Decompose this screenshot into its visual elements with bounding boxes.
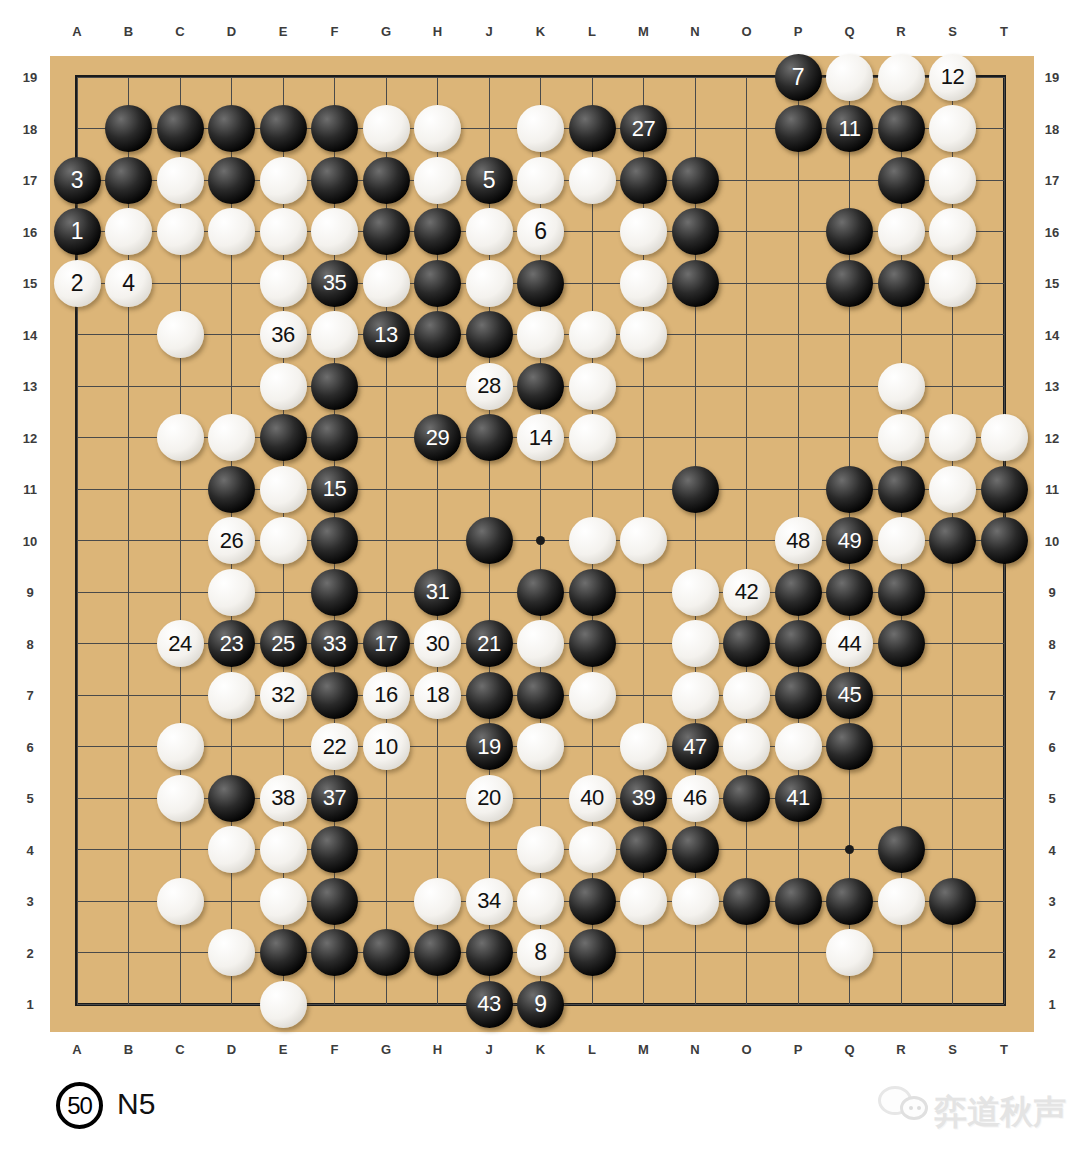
stone-O7 — [723, 672, 770, 719]
stone-F17 — [311, 157, 358, 204]
stone-P9 — [775, 569, 822, 616]
column-label-bottom-C: C — [175, 1042, 184, 1057]
stone-P7 — [775, 672, 822, 719]
stone-Q3 — [826, 878, 873, 925]
stone-K9 — [517, 569, 564, 616]
row-label-left-16: 16 — [23, 224, 37, 239]
column-label-top-J: J — [485, 24, 492, 39]
column-label-top-O: O — [741, 24, 751, 39]
column-label-bottom-O: O — [741, 1042, 751, 1057]
column-label-bottom-E: E — [279, 1042, 288, 1057]
stone-R8 — [878, 620, 925, 667]
stone-S3 — [929, 878, 976, 925]
stone-L17 — [569, 157, 616, 204]
stone-D4 — [208, 826, 255, 873]
stone-R13 — [878, 363, 925, 410]
column-label-top-H: H — [433, 24, 442, 39]
row-label-right-9: 9 — [1048, 585, 1055, 600]
stone-J2 — [466, 929, 513, 976]
row-label-left-17: 17 — [23, 173, 37, 188]
column-label-bottom-K: K — [536, 1042, 545, 1057]
stone-P10: 48 — [775, 517, 822, 564]
stone-J8: 21 — [466, 620, 513, 667]
row-label-left-9: 9 — [26, 585, 33, 600]
stone-N3 — [672, 878, 719, 925]
stone-S12 — [929, 414, 976, 461]
row-label-left-12: 12 — [23, 430, 37, 445]
stone-J16 — [466, 208, 513, 255]
stone-E15 — [260, 260, 307, 307]
column-label-top-S: S — [948, 24, 957, 39]
row-label-right-7: 7 — [1048, 688, 1055, 703]
stone-F9 — [311, 569, 358, 616]
column-label-top-F: F — [331, 24, 339, 39]
stone-R3 — [878, 878, 925, 925]
stone-L9 — [569, 569, 616, 616]
row-label-left-19: 19 — [23, 70, 37, 85]
stone-K1: 9 — [517, 981, 564, 1028]
stone-E3 — [260, 878, 307, 925]
stone-F8: 33 — [311, 620, 358, 667]
stone-R19 — [878, 54, 925, 101]
row-label-left-1: 1 — [26, 997, 33, 1012]
stone-K12: 14 — [517, 414, 564, 461]
column-label-bottom-J: J — [485, 1042, 492, 1057]
stone-M10 — [620, 517, 667, 564]
row-label-right-16: 16 — [1045, 224, 1059, 239]
stone-G16 — [363, 208, 410, 255]
stone-F18 — [311, 105, 358, 152]
row-label-right-11: 11 — [1045, 482, 1059, 497]
stone-R12 — [878, 414, 925, 461]
stone-F4 — [311, 826, 358, 873]
stone-N9 — [672, 569, 719, 616]
stone-B16 — [105, 208, 152, 255]
stone-J1: 43 — [466, 981, 513, 1028]
stone-L12 — [569, 414, 616, 461]
stone-E7: 32 — [260, 672, 307, 719]
column-label-bottom-Q: Q — [844, 1042, 854, 1057]
stone-R18 — [878, 105, 925, 152]
stone-L3 — [569, 878, 616, 925]
row-label-right-3: 3 — [1048, 894, 1055, 909]
grid-line-vertical — [746, 77, 747, 1004]
column-label-top-B: B — [124, 24, 133, 39]
stone-C6 — [157, 723, 204, 770]
stone-O5 — [723, 775, 770, 822]
stone-D5 — [208, 775, 255, 822]
stone-F14 — [311, 311, 358, 358]
stone-Q8: 44 — [826, 620, 873, 667]
stone-H17 — [414, 157, 461, 204]
column-label-bottom-L: L — [588, 1042, 596, 1057]
stone-Q15 — [826, 260, 873, 307]
stone-O8 — [723, 620, 770, 667]
stone-J3: 34 — [466, 878, 513, 925]
column-label-top-K: K — [536, 24, 545, 39]
row-label-left-3: 3 — [26, 894, 33, 909]
stone-E18 — [260, 105, 307, 152]
stone-R16 — [878, 208, 925, 255]
stone-G14: 13 — [363, 311, 410, 358]
stone-K17 — [517, 157, 564, 204]
stone-M6 — [620, 723, 667, 770]
row-label-right-15: 15 — [1045, 276, 1059, 291]
column-label-top-L: L — [588, 24, 596, 39]
row-label-right-13: 13 — [1045, 379, 1059, 394]
stone-F5: 37 — [311, 775, 358, 822]
stone-H9: 31 — [414, 569, 461, 616]
stone-E1 — [260, 981, 307, 1028]
stone-J10 — [466, 517, 513, 564]
stone-L8 — [569, 620, 616, 667]
stone-H16 — [414, 208, 461, 255]
stone-G7: 16 — [363, 672, 410, 719]
stone-A15: 2 — [54, 260, 101, 307]
column-label-bottom-T: T — [1000, 1042, 1008, 1057]
row-label-left-14: 14 — [23, 327, 37, 342]
stone-K15 — [517, 260, 564, 307]
stone-F3 — [311, 878, 358, 925]
stone-J12 — [466, 414, 513, 461]
stone-E2 — [260, 929, 307, 976]
stone-D9 — [208, 569, 255, 616]
next-move-circle: 50 — [56, 1082, 103, 1129]
stone-N11 — [672, 466, 719, 513]
stone-N8 — [672, 620, 719, 667]
stone-S18 — [929, 105, 976, 152]
stone-Q11 — [826, 466, 873, 513]
stone-K16: 6 — [517, 208, 564, 255]
stone-D11 — [208, 466, 255, 513]
stone-K8 — [517, 620, 564, 667]
stone-J14 — [466, 311, 513, 358]
stone-F12 — [311, 414, 358, 461]
stone-L7 — [569, 672, 616, 719]
stone-M16 — [620, 208, 667, 255]
stone-R9 — [878, 569, 925, 616]
row-label-left-8: 8 — [26, 636, 33, 651]
stone-Q2 — [826, 929, 873, 976]
stone-E5: 38 — [260, 775, 307, 822]
row-label-left-7: 7 — [26, 688, 33, 703]
stone-F7 — [311, 672, 358, 719]
stone-Q9 — [826, 569, 873, 616]
stone-J15 — [466, 260, 513, 307]
column-label-top-E: E — [279, 24, 288, 39]
stone-J13: 28 — [466, 363, 513, 410]
stone-L14 — [569, 311, 616, 358]
row-label-right-1: 1 — [1048, 997, 1055, 1012]
stone-D7 — [208, 672, 255, 719]
column-label-bottom-F: F — [331, 1042, 339, 1057]
row-label-right-17: 17 — [1045, 173, 1059, 188]
row-label-left-5: 5 — [26, 791, 33, 806]
stone-J6: 19 — [466, 723, 513, 770]
stone-E12 — [260, 414, 307, 461]
stone-B15: 4 — [105, 260, 152, 307]
stone-A17: 3 — [54, 157, 101, 204]
stone-L4 — [569, 826, 616, 873]
stone-F15: 35 — [311, 260, 358, 307]
stone-G6: 10 — [363, 723, 410, 770]
stone-K2: 8 — [517, 929, 564, 976]
stone-G18 — [363, 105, 410, 152]
column-label-top-M: M — [638, 24, 649, 39]
row-label-left-4: 4 — [26, 842, 33, 857]
stone-K3 — [517, 878, 564, 925]
row-label-right-6: 6 — [1048, 739, 1055, 754]
stone-H12: 29 — [414, 414, 461, 461]
stone-T11 — [981, 466, 1028, 513]
stone-K18 — [517, 105, 564, 152]
stone-M3 — [620, 878, 667, 925]
row-label-left-11: 11 — [23, 482, 37, 497]
stone-N16 — [672, 208, 719, 255]
row-label-left-6: 6 — [26, 739, 33, 754]
chat-bubble-small-icon — [900, 1096, 928, 1120]
stone-T10 — [981, 517, 1028, 564]
column-label-top-R: R — [896, 24, 905, 39]
stone-A16: 1 — [54, 208, 101, 255]
stone-E14: 36 — [260, 311, 307, 358]
stone-C12 — [157, 414, 204, 461]
stone-C18 — [157, 105, 204, 152]
row-label-left-10: 10 — [23, 533, 37, 548]
stone-M17 — [620, 157, 667, 204]
stone-J5: 20 — [466, 775, 513, 822]
stone-M18: 27 — [620, 105, 667, 152]
stone-F10 — [311, 517, 358, 564]
stone-K14 — [517, 311, 564, 358]
row-label-right-10: 10 — [1045, 533, 1059, 548]
stone-Q18: 11 — [826, 105, 873, 152]
stone-C3 — [157, 878, 204, 925]
stone-R15 — [878, 260, 925, 307]
stone-N7 — [672, 672, 719, 719]
row-label-right-2: 2 — [1048, 945, 1055, 960]
stone-E17 — [260, 157, 307, 204]
column-label-bottom-R: R — [896, 1042, 905, 1057]
stone-K6 — [517, 723, 564, 770]
row-label-left-15: 15 — [23, 276, 37, 291]
column-label-bottom-P: P — [794, 1042, 803, 1057]
column-label-bottom-H: H — [433, 1042, 442, 1057]
stone-L2 — [569, 929, 616, 976]
stone-G15 — [363, 260, 410, 307]
stone-E16 — [260, 208, 307, 255]
stone-O9: 42 — [723, 569, 770, 616]
column-label-top-T: T — [1000, 24, 1008, 39]
stone-H18 — [414, 105, 461, 152]
stone-B18 — [105, 105, 152, 152]
row-label-right-4: 4 — [1048, 842, 1055, 857]
stone-B17 — [105, 157, 152, 204]
row-label-right-8: 8 — [1048, 636, 1055, 651]
stone-D18 — [208, 105, 255, 152]
stone-M15 — [620, 260, 667, 307]
stone-P19: 7 — [775, 54, 822, 101]
column-label-top-G: G — [381, 24, 391, 39]
row-label-right-12: 12 — [1045, 430, 1059, 445]
stone-S19: 12 — [929, 54, 976, 101]
column-label-top-P: P — [794, 24, 803, 39]
stone-R11 — [878, 466, 925, 513]
stone-L10 — [569, 517, 616, 564]
stone-H15 — [414, 260, 461, 307]
watermark: 弈道秋声 — [876, 1080, 1076, 1140]
row-label-left-2: 2 — [26, 945, 33, 960]
stone-N17 — [672, 157, 719, 204]
column-label-bottom-M: M — [638, 1042, 649, 1057]
stone-Q6 — [826, 723, 873, 770]
stone-Q19 — [826, 54, 873, 101]
stone-R4 — [878, 826, 925, 873]
stone-G17 — [363, 157, 410, 204]
stone-J17: 5 — [466, 157, 513, 204]
stone-F2 — [311, 929, 358, 976]
stone-E13 — [260, 363, 307, 410]
column-label-top-D: D — [227, 24, 236, 39]
stone-C16 — [157, 208, 204, 255]
stone-P6 — [775, 723, 822, 770]
stone-G2 — [363, 929, 410, 976]
watermark-text: 弈道秋声 — [934, 1090, 1066, 1135]
stone-D10: 26 — [208, 517, 255, 564]
stone-S11 — [929, 466, 976, 513]
stone-F16 — [311, 208, 358, 255]
next-move-coordinate: N5 — [117, 1087, 155, 1121]
row-label-right-18: 18 — [1045, 121, 1059, 136]
stone-H3 — [414, 878, 461, 925]
stone-L18 — [569, 105, 616, 152]
column-label-bottom-A: A — [72, 1042, 81, 1057]
stone-T12 — [981, 414, 1028, 461]
column-label-bottom-S: S — [948, 1042, 957, 1057]
stone-E11 — [260, 466, 307, 513]
row-label-right-14: 14 — [1045, 327, 1059, 342]
stone-K7 — [517, 672, 564, 719]
stone-N5: 46 — [672, 775, 719, 822]
row-label-left-18: 18 — [23, 121, 37, 136]
stone-S10 — [929, 517, 976, 564]
stone-O3 — [723, 878, 770, 925]
stone-R17 — [878, 157, 925, 204]
stone-C17 — [157, 157, 204, 204]
stone-G8: 17 — [363, 620, 410, 667]
stone-D16 — [208, 208, 255, 255]
stone-P5: 41 — [775, 775, 822, 822]
stone-J7 — [466, 672, 513, 719]
stone-H8: 30 — [414, 620, 461, 667]
stone-S15 — [929, 260, 976, 307]
kifu-page: AABBCCDDEEFFGGHHJJKKLLMMNNOOPPQQRRSSTT19… — [0, 0, 1080, 1156]
stone-C5 — [157, 775, 204, 822]
stone-E4 — [260, 826, 307, 873]
column-label-top-N: N — [690, 24, 699, 39]
stone-D8: 23 — [208, 620, 255, 667]
stone-P8 — [775, 620, 822, 667]
stone-S17 — [929, 157, 976, 204]
column-label-top-C: C — [175, 24, 184, 39]
stone-M5: 39 — [620, 775, 667, 822]
star-point-K10 — [536, 536, 545, 545]
row-label-right-19: 19 — [1045, 70, 1059, 85]
stone-F11: 15 — [311, 466, 358, 513]
stone-Q7: 45 — [826, 672, 873, 719]
stone-H7: 18 — [414, 672, 461, 719]
stone-D17 — [208, 157, 255, 204]
stone-P3 — [775, 878, 822, 925]
star-point-Q4 — [845, 845, 854, 854]
column-label-bottom-B: B — [124, 1042, 133, 1057]
stone-O6 — [723, 723, 770, 770]
stone-E8: 25 — [260, 620, 307, 667]
stone-C14 — [157, 311, 204, 358]
stone-P18 — [775, 105, 822, 152]
stone-L13 — [569, 363, 616, 410]
stone-K4 — [517, 826, 564, 873]
stone-Q10: 49 — [826, 517, 873, 564]
stone-D2 — [208, 929, 255, 976]
stone-L5: 40 — [569, 775, 616, 822]
column-label-top-A: A — [72, 24, 81, 39]
stone-R10 — [878, 517, 925, 564]
row-label-left-13: 13 — [23, 379, 37, 394]
stone-N4 — [672, 826, 719, 873]
column-label-bottom-D: D — [227, 1042, 236, 1057]
stone-K13 — [517, 363, 564, 410]
stone-E10 — [260, 517, 307, 564]
stone-M4 — [620, 826, 667, 873]
stone-M14 — [620, 311, 667, 358]
column-label-bottom-N: N — [690, 1042, 699, 1057]
stone-F6: 22 — [311, 723, 358, 770]
stone-S16 — [929, 208, 976, 255]
stone-F13 — [311, 363, 358, 410]
stone-D12 — [208, 414, 255, 461]
column-label-bottom-G: G — [381, 1042, 391, 1057]
stone-N6: 47 — [672, 723, 719, 770]
column-label-top-Q: Q — [844, 24, 854, 39]
stone-H14 — [414, 311, 461, 358]
row-label-right-5: 5 — [1048, 791, 1055, 806]
stone-C8: 24 — [157, 620, 204, 667]
stone-N15 — [672, 260, 719, 307]
stone-Q16 — [826, 208, 873, 255]
stone-H2 — [414, 929, 461, 976]
